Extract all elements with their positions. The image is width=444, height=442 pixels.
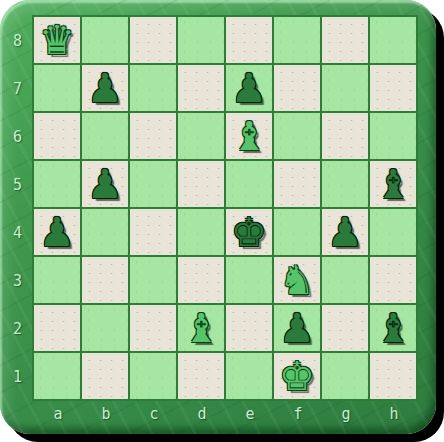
square-a5[interactable] [34,161,80,207]
square-e2[interactable] [226,305,272,351]
square-c4[interactable] [130,209,176,255]
file-label-d: d [178,401,226,427]
rank-label-3: 3 [5,257,30,305]
square-g2[interactable] [322,305,368,351]
square-g7[interactable] [322,65,368,111]
rank-label-8: 8 [5,17,30,65]
square-a6[interactable] [34,113,80,159]
piece-black-pawn[interactable]: ♟ [39,209,75,255]
piece-white-knight[interactable]: ♞ [279,257,315,303]
square-c5[interactable] [130,161,176,207]
piece-black-pawn[interactable]: ♟ [87,161,123,207]
square-e7[interactable]: ♟ [226,65,272,111]
file-label-g: g [322,401,370,427]
square-c2[interactable] [130,305,176,351]
piece-black-pawn[interactable]: ♟ [231,65,267,111]
rank-label-7: 7 [5,65,30,113]
square-b3[interactable] [82,257,128,303]
square-f4[interactable] [274,209,320,255]
piece-black-bishop[interactable]: ♝ [375,305,411,351]
square-f7[interactable] [274,65,320,111]
square-h1[interactable] [370,353,416,399]
piece-white-bishop[interactable]: ♝ [183,305,219,351]
square-d2[interactable]: ♝ [178,305,224,351]
file-labels: abcdefgh [34,401,418,427]
square-e5[interactable] [226,161,272,207]
square-b6[interactable] [82,113,128,159]
square-h8[interactable] [370,17,416,63]
square-g6[interactable] [322,113,368,159]
square-c1[interactable] [130,353,176,399]
square-h6[interactable] [370,113,416,159]
piece-black-pawn[interactable]: ♟ [327,209,363,255]
square-b8[interactable] [82,17,128,63]
square-d5[interactable] [178,161,224,207]
square-e8[interactable] [226,17,272,63]
square-e6[interactable]: ♝ [226,113,272,159]
piece-black-pawn[interactable]: ♟ [87,65,123,111]
square-d6[interactable] [178,113,224,159]
square-h3[interactable] [370,257,416,303]
piece-white-king[interactable]: ♚ [279,353,315,399]
square-d4[interactable] [178,209,224,255]
piece-black-bishop[interactable]: ♝ [375,161,411,207]
square-c6[interactable] [130,113,176,159]
square-a4[interactable]: ♟ [34,209,80,255]
square-a3[interactable] [34,257,80,303]
square-c3[interactable] [130,257,176,303]
square-h5[interactable]: ♝ [370,161,416,207]
square-f5[interactable] [274,161,320,207]
file-label-a: a [34,401,82,427]
square-e3[interactable] [226,257,272,303]
rank-label-4: 4 [5,209,30,257]
rank-label-5: 5 [5,161,30,209]
square-b5[interactable]: ♟ [82,161,128,207]
square-d1[interactable] [178,353,224,399]
square-b1[interactable] [82,353,128,399]
board-frame: 87654321 ♛♟♟♝♟♝♟♚♟♞♝♟♝♚ abcdefgh [0,0,436,434]
square-a8[interactable]: ♛ [34,17,80,63]
rank-label-2: 2 [5,305,30,353]
square-b7[interactable]: ♟ [82,65,128,111]
square-g4[interactable]: ♟ [322,209,368,255]
square-b2[interactable] [82,305,128,351]
square-f8[interactable] [274,17,320,63]
square-f3[interactable]: ♞ [274,257,320,303]
square-h7[interactable] [370,65,416,111]
square-g3[interactable] [322,257,368,303]
rank-label-6: 6 [5,113,30,161]
square-g5[interactable] [322,161,368,207]
square-a7[interactable] [34,65,80,111]
square-f6[interactable] [274,113,320,159]
square-c8[interactable] [130,17,176,63]
chess-board: ♛♟♟♝♟♝♟♚♟♞♝♟♝♚ [32,15,418,401]
file-label-h: h [370,401,418,427]
square-a2[interactable] [34,305,80,351]
rank-labels: 87654321 [5,17,30,401]
square-g8[interactable] [322,17,368,63]
square-c7[interactable] [130,65,176,111]
square-d8[interactable] [178,17,224,63]
square-g1[interactable] [322,353,368,399]
file-label-b: b [82,401,130,427]
piece-black-pawn[interactable]: ♟ [279,305,315,351]
square-e4[interactable]: ♚ [226,209,272,255]
file-label-c: c [130,401,178,427]
square-d3[interactable] [178,257,224,303]
file-label-f: f [274,401,322,427]
rank-label-1: 1 [5,353,30,401]
piece-white-bishop[interactable]: ♝ [231,113,267,159]
piece-black-king[interactable]: ♚ [231,209,267,255]
file-label-e: e [226,401,274,427]
square-f2[interactable]: ♟ [274,305,320,351]
square-b4[interactable] [82,209,128,255]
piece-white-queen[interactable]: ♛ [39,17,75,63]
square-e1[interactable] [226,353,272,399]
square-h4[interactable] [370,209,416,255]
square-f1[interactable]: ♚ [274,353,320,399]
square-a1[interactable] [34,353,80,399]
square-d7[interactable] [178,65,224,111]
square-h2[interactable]: ♝ [370,305,416,351]
